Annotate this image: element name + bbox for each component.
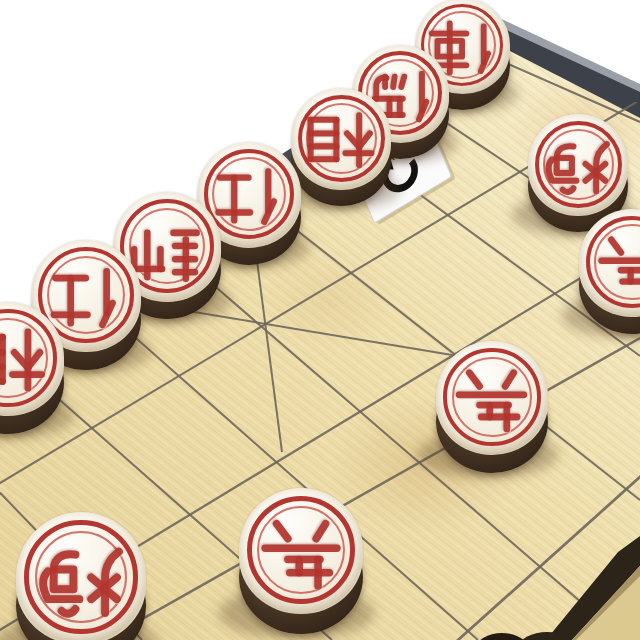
- red-cannon[interactable]: [16, 512, 146, 640]
- piece-face: [16, 512, 146, 640]
- red-soldier[interactable]: [239, 488, 363, 640]
- piece-face: [291, 88, 391, 188]
- red-soldier[interactable]: [436, 341, 548, 489]
- piece-character: [209, 154, 288, 233]
- piece-character: [32, 528, 131, 627]
- piece-character: [592, 222, 640, 303]
- xiangqi-photo-stage: ACERT: [0, 0, 640, 640]
- red-elephant[interactable]: [0, 302, 64, 450]
- piece-character: [540, 126, 616, 202]
- piece-face: [436, 341, 548, 453]
- pieces-layer: [0, 0, 640, 640]
- piece-character: [0, 315, 51, 400]
- piece-face: [239, 488, 363, 612]
- piece-character: [303, 100, 379, 176]
- piece-character: [449, 354, 534, 439]
- piece-face: [528, 114, 628, 214]
- red-elephant[interactable]: [291, 88, 391, 220]
- red-soldier[interactable]: [579, 209, 640, 349]
- piece-character: [254, 503, 348, 597]
